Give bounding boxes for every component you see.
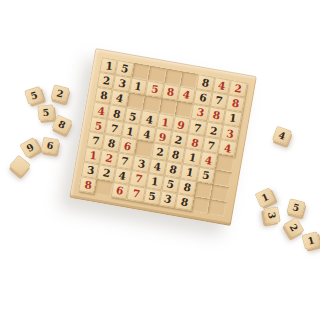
loose-die-left-5[interactable]: 9 <box>19 137 40 158</box>
tile-digit: 8 <box>84 179 92 190</box>
die-digit: 6 <box>46 140 54 151</box>
tile-digit: 3 <box>226 128 235 139</box>
tile-digit: 1 <box>161 116 170 127</box>
cell-r9c9[interactable] <box>207 199 226 217</box>
loose-die-left-1[interactable]: 5 <box>24 86 44 105</box>
die-digit: 4 <box>277 130 286 141</box>
tile-digit: 8 <box>99 90 107 101</box>
tile-digit: 4 <box>142 128 151 140</box>
tile-digit: 3 <box>86 164 94 175</box>
loose-die-left-3[interactable]: 5 <box>37 104 54 121</box>
die-digit: 2 <box>56 88 65 99</box>
tile-digit: 4 <box>182 89 192 101</box>
loose-die-right-4[interactable]: 3 <box>263 206 281 224</box>
tile-digit: 7 <box>134 173 143 185</box>
tile-digit: 5 <box>148 191 157 202</box>
tile-digit: 2 <box>104 152 113 164</box>
tile-digit: 3 <box>196 107 205 119</box>
tile-digit: 7 <box>193 122 202 134</box>
tile-digit: 1 <box>151 176 160 187</box>
die-digit: 9 <box>25 142 35 154</box>
loose-die-right-3[interactable]: 5 <box>286 198 305 217</box>
loose-die-left-2[interactable]: 2 <box>50 84 69 103</box>
die-digit: 5 <box>29 90 38 101</box>
tile-digit: 7 <box>215 95 224 107</box>
tile-digit: 4 <box>217 80 226 92</box>
die-digit: 8 <box>57 119 67 130</box>
tile-digit: 5 <box>94 120 102 131</box>
sudoku-board: 1584223158467884381485419723571492874786… <box>69 48 257 226</box>
product-scene: 1584223158467884381485419723571492874786… <box>0 0 320 320</box>
loose-die-right-2[interactable]: 1 <box>255 187 276 207</box>
tile-digit: 2 <box>174 134 184 146</box>
tile-digit: 8 <box>201 77 210 89</box>
loose-die-left-6[interactable]: 6 <box>41 137 59 155</box>
tile-digit: 1 <box>188 152 197 164</box>
tile-digit: 8 <box>190 137 199 149</box>
tile-digit: 6 <box>198 92 207 104</box>
tile-digit: 2 <box>209 125 218 137</box>
tile-digit: 1 <box>228 113 237 124</box>
tile-grid: 1584223158467884381485419723571492874786… <box>78 57 247 216</box>
die-digit: 2 <box>288 222 300 232</box>
tile-digit: 3 <box>164 193 174 205</box>
tile-digit: 4 <box>118 170 127 182</box>
tile-digit: 5 <box>201 169 210 181</box>
tile-digit: 7 <box>91 135 99 146</box>
tile-digit: 8 <box>180 196 189 208</box>
loose-die-right-6[interactable]: 1 <box>301 231 320 250</box>
tile-digit: 2 <box>102 167 111 179</box>
loose-die-right-1[interactable]: 4 <box>272 126 292 146</box>
tile-digit: 7 <box>132 188 141 200</box>
tile-digit: 2 <box>233 83 242 94</box>
tile-digit: 2 <box>156 146 165 157</box>
tile-digit: 5 <box>129 110 138 122</box>
loose-die-left-7[interactable] <box>9 155 31 177</box>
tile-digit: 6 <box>123 140 132 152</box>
tile-digit: 4 <box>223 143 232 154</box>
tile-digit: 7 <box>110 122 119 134</box>
die-digit: 5 <box>292 202 301 213</box>
tile-digit: 1 <box>185 166 194 178</box>
tile-digit: 8 <box>107 137 116 149</box>
tile-digit: 2 <box>102 75 110 86</box>
tile-digit: 4 <box>153 161 162 172</box>
tile-digit: 4 <box>115 93 124 105</box>
tile-digit: 5 <box>166 178 176 190</box>
tile-digit: 1 <box>134 81 143 93</box>
loose-die-left-4[interactable]: 8 <box>52 114 73 134</box>
tile-digit: 8 <box>169 163 179 175</box>
tile-digit: 5 <box>150 84 159 96</box>
tile-digit: 5 <box>120 63 129 75</box>
tile-digit: 4 <box>97 105 105 116</box>
tile-digit: 7 <box>121 155 130 167</box>
tile-digit: 8 <box>171 149 181 161</box>
tile-digit: 8 <box>231 98 240 109</box>
tile-digit: 4 <box>204 154 213 166</box>
tile-digit: 8 <box>112 108 121 120</box>
tile-digit: 7 <box>207 140 216 152</box>
tile-digit: 6 <box>115 185 124 197</box>
die-digit: 1 <box>260 192 270 203</box>
die-digit: 1 <box>307 235 316 246</box>
tile-digit: 8 <box>183 181 192 193</box>
tile-digit: 1 <box>126 125 135 137</box>
tile-digit: 8 <box>212 110 221 122</box>
tile-digit: 1 <box>89 150 97 161</box>
tile-digit: 3 <box>117 78 126 90</box>
tile-digit: 8 <box>166 87 175 98</box>
die-digit: 3 <box>267 211 278 219</box>
tile-digit: 3 <box>137 158 146 170</box>
tile-digit: 4 <box>145 113 154 125</box>
tile-digit: 1 <box>104 60 112 71</box>
tile-digit: 9 <box>158 131 167 142</box>
tile-digit: 9 <box>177 119 187 131</box>
die-digit: 5 <box>42 107 50 117</box>
